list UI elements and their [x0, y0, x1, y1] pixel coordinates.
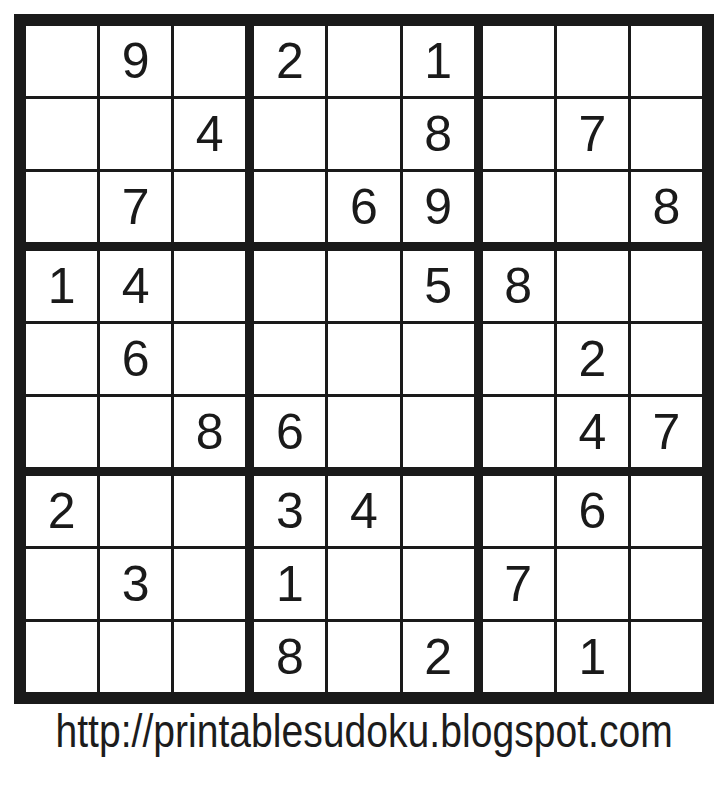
- cell-r5c7[interactable]: [483, 324, 554, 394]
- sudoku-box-5: 56: [254, 251, 473, 467]
- cell-r5c8[interactable]: 2: [557, 324, 628, 394]
- cell-r7c9[interactable]: [631, 476, 702, 546]
- cell-r5c6[interactable]: [403, 324, 474, 394]
- cell-r1c4[interactable]: 2: [254, 26, 325, 96]
- cell-r3c6[interactable]: 9: [403, 172, 474, 242]
- sudoku-board: 947218697814685682472334182671: [14, 14, 714, 704]
- cell-r3c2[interactable]: 7: [100, 172, 171, 242]
- cell-r9c1[interactable]: [26, 622, 97, 692]
- cell-r8c1[interactable]: [26, 549, 97, 619]
- cell-r6c2[interactable]: [100, 397, 171, 467]
- cell-r2c2[interactable]: [100, 99, 171, 169]
- cell-r8c2[interactable]: 3: [100, 549, 171, 619]
- cell-r2c7[interactable]: [483, 99, 554, 169]
- sudoku-box-1: 947: [26, 26, 245, 242]
- cell-r3c7[interactable]: [483, 172, 554, 242]
- sudoku-box-7: 23: [26, 476, 245, 692]
- cell-r5c3[interactable]: [174, 324, 245, 394]
- cell-r6c5[interactable]: [328, 397, 399, 467]
- footer: http://printablesudoku.blogspot.com: [0, 702, 728, 762]
- cell-r7c3[interactable]: [174, 476, 245, 546]
- cell-r1c3[interactable]: [174, 26, 245, 96]
- cell-r1c8[interactable]: [557, 26, 628, 96]
- cell-r4c3[interactable]: [174, 251, 245, 321]
- cell-r8c8[interactable]: [557, 549, 628, 619]
- cell-r7c8[interactable]: 6: [557, 476, 628, 546]
- cell-r8c9[interactable]: [631, 549, 702, 619]
- cell-r9c8[interactable]: 1: [557, 622, 628, 692]
- cell-r9c7[interactable]: [483, 622, 554, 692]
- cell-r3c3[interactable]: [174, 172, 245, 242]
- cell-r7c5[interactable]: 4: [328, 476, 399, 546]
- cell-r4c2[interactable]: 4: [100, 251, 171, 321]
- cell-r4c9[interactable]: [631, 251, 702, 321]
- cell-r3c9[interactable]: 8: [631, 172, 702, 242]
- cell-r1c1[interactable]: [26, 26, 97, 96]
- cell-r6c8[interactable]: 4: [557, 397, 628, 467]
- cell-r4c1[interactable]: 1: [26, 251, 97, 321]
- cell-r2c9[interactable]: [631, 99, 702, 169]
- sudoku-box-8: 34182: [254, 476, 473, 692]
- cell-r3c4[interactable]: [254, 172, 325, 242]
- cell-r6c7[interactable]: [483, 397, 554, 467]
- cell-r9c5[interactable]: [328, 622, 399, 692]
- cell-r1c9[interactable]: [631, 26, 702, 96]
- cell-r9c4[interactable]: 8: [254, 622, 325, 692]
- cell-r5c9[interactable]: [631, 324, 702, 394]
- cell-r7c1[interactable]: 2: [26, 476, 97, 546]
- sudoku-box-9: 671: [483, 476, 702, 692]
- sudoku-box-3: 78: [483, 26, 702, 242]
- cell-r2c8[interactable]: 7: [557, 99, 628, 169]
- cell-r3c8[interactable]: [557, 172, 628, 242]
- cell-r8c3[interactable]: [174, 549, 245, 619]
- sudoku-box-6: 8247: [483, 251, 702, 467]
- cell-r4c6[interactable]: 5: [403, 251, 474, 321]
- cell-r9c6[interactable]: 2: [403, 622, 474, 692]
- cell-r6c3[interactable]: 8: [174, 397, 245, 467]
- cell-r4c7[interactable]: 8: [483, 251, 554, 321]
- cell-r3c1[interactable]: [26, 172, 97, 242]
- cell-r4c5[interactable]: [328, 251, 399, 321]
- cell-r8c7[interactable]: 7: [483, 549, 554, 619]
- cell-r5c1[interactable]: [26, 324, 97, 394]
- cell-r2c6[interactable]: 8: [403, 99, 474, 169]
- cell-r1c2[interactable]: 9: [100, 26, 171, 96]
- cell-r8c4[interactable]: 1: [254, 549, 325, 619]
- sudoku-box-2: 21869: [254, 26, 473, 242]
- cell-r9c2[interactable]: [100, 622, 171, 692]
- cell-r4c4[interactable]: [254, 251, 325, 321]
- cell-r9c9[interactable]: [631, 622, 702, 692]
- sudoku-box-4: 1468: [26, 251, 245, 467]
- source-url: http://printablesudoku.blogspot.com: [55, 702, 672, 762]
- cell-r5c5[interactable]: [328, 324, 399, 394]
- cell-r1c7[interactable]: [483, 26, 554, 96]
- cell-r2c3[interactable]: 4: [174, 99, 245, 169]
- cell-r6c4[interactable]: 6: [254, 397, 325, 467]
- cell-r5c4[interactable]: [254, 324, 325, 394]
- cell-r2c4[interactable]: [254, 99, 325, 169]
- cell-r7c2[interactable]: [100, 476, 171, 546]
- cell-r2c1[interactable]: [26, 99, 97, 169]
- cell-r4c8[interactable]: [557, 251, 628, 321]
- cell-r7c7[interactable]: [483, 476, 554, 546]
- cell-r6c9[interactable]: 7: [631, 397, 702, 467]
- cell-r6c1[interactable]: [26, 397, 97, 467]
- cell-r5c2[interactable]: 6: [100, 324, 171, 394]
- cell-r7c4[interactable]: 3: [254, 476, 325, 546]
- cell-r1c5[interactable]: [328, 26, 399, 96]
- cell-r8c5[interactable]: [328, 549, 399, 619]
- cell-r8c6[interactable]: [403, 549, 474, 619]
- cell-r6c6[interactable]: [403, 397, 474, 467]
- cell-r7c6[interactable]: [403, 476, 474, 546]
- printable-sudoku-page: 947218697814685682472334182671 http://pr…: [0, 0, 728, 808]
- cell-r2c5[interactable]: [328, 99, 399, 169]
- cell-r3c5[interactable]: 6: [328, 172, 399, 242]
- cell-r1c6[interactable]: 1: [403, 26, 474, 96]
- cell-r9c3[interactable]: [174, 622, 245, 692]
